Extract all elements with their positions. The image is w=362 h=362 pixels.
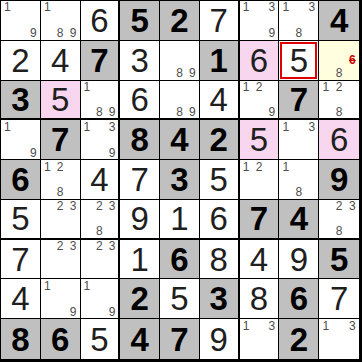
pencil-marks: 238: [81, 200, 119, 238]
cell-r6c9[interactable]: 238: [319, 200, 359, 240]
given-digit: 3: [11, 83, 29, 116]
given-digit: 8: [131, 123, 149, 156]
pencil-marks: 189: [81, 81, 119, 119]
cell-r5c8[interactable]: 18: [279, 160, 319, 200]
cell-r7c5[interactable]: 6: [160, 240, 200, 280]
candidate: 8: [173, 106, 186, 119]
cell-r3c2[interactable]: 5: [41, 81, 81, 121]
cell-r8c4[interactable]: 2: [120, 279, 160, 319]
candidate: 9: [186, 67, 199, 80]
solved-digit: 5: [51, 83, 69, 116]
cell-r5c5[interactable]: 3: [160, 160, 200, 200]
candidate: 2: [253, 160, 266, 173]
cell-r5c3[interactable]: 4: [81, 160, 121, 200]
solved-digit: 6: [330, 123, 348, 156]
candidate: 3: [305, 120, 318, 133]
solved-digit: 4: [210, 83, 228, 116]
solved-digit: 4: [51, 44, 69, 77]
cell-r9c7[interactable]: 13: [240, 319, 280, 359]
eliminated-candidate: 6: [346, 54, 359, 67]
cell-r3c3[interactable]: 189: [81, 81, 121, 121]
cell-r1c7[interactable]: 139: [240, 1, 280, 41]
given-digit: 3: [170, 163, 188, 196]
cell-r9c2[interactable]: 6: [41, 319, 81, 359]
candidate: 8: [93, 106, 106, 119]
cell-r8c8[interactable]: 6: [279, 279, 319, 319]
cell-r9c9[interactable]: 13: [319, 319, 359, 359]
cell-r8c2[interactable]: 19: [41, 279, 81, 319]
pencil-marks: 18: [279, 160, 318, 199]
candidate: 8: [93, 225, 106, 238]
given-digit: 7: [290, 83, 308, 116]
pencil-marks: 13: [240, 319, 279, 359]
candidate: 1: [279, 120, 292, 133]
cell-r4c4[interactable]: 8: [120, 120, 160, 160]
cell-r3c1[interactable]: 3: [1, 81, 41, 121]
cell-r4c9[interactable]: 6: [319, 120, 359, 160]
solved-digit: 6: [250, 44, 268, 77]
cell-r4c6[interactable]: 2: [200, 120, 240, 160]
candidate: 2: [54, 160, 67, 173]
given-digit: 6: [290, 282, 308, 315]
cell-r1c6[interactable]: 7: [200, 1, 240, 41]
solved-digit: 4: [250, 243, 268, 276]
cell-r4c8[interactable]: 13: [279, 120, 319, 160]
cell-r1c2[interactable]: 189: [41, 1, 81, 41]
cell-r5c1[interactable]: 6: [1, 160, 41, 200]
candidate: 9: [266, 106, 279, 119]
pencil-marks: 238: [319, 200, 359, 238]
given-digit: 6: [51, 323, 69, 356]
candidate: 1: [41, 160, 54, 173]
cell-r3c6[interactable]: 4: [200, 81, 240, 121]
solved-digit: 5: [210, 163, 228, 196]
solved-digit: 4: [90, 163, 108, 196]
candidate: 1: [240, 319, 253, 332]
pencil-marks: 89: [160, 41, 199, 80]
pencil-marks: 189: [41, 1, 80, 40]
candidate: 9: [67, 27, 80, 40]
cell-r2c1[interactable]: 2: [1, 41, 41, 81]
cell-r1c1[interactable]: 19: [1, 1, 41, 41]
cell-r1c5[interactable]: 2: [160, 1, 200, 41]
candidate: 2: [332, 200, 345, 213]
cell-r4c2[interactable]: 7: [41, 120, 81, 160]
pencil-marks: 19: [81, 279, 119, 318]
given-digit: 5: [330, 243, 348, 276]
cell-r6c1[interactable]: 5: [1, 200, 41, 240]
cell-r2c8[interactable]: 5: [279, 41, 319, 81]
candidate: 2: [332, 81, 345, 94]
given-digit: 3: [210, 282, 228, 315]
pencil-marks: 23: [41, 240, 80, 279]
pencil-marks: 23: [81, 240, 119, 279]
cell-r6c4[interactable]: 9: [120, 200, 160, 240]
cell-r2c6[interactable]: 1: [200, 41, 240, 81]
solved-digit: 7: [330, 282, 348, 315]
pencil-marks: 19: [41, 279, 80, 318]
cell-r6c2[interactable]: 23: [41, 200, 81, 240]
candidate: 3: [346, 200, 359, 213]
candidate: 1: [1, 1, 14, 14]
pencil-marks: 138: [279, 1, 318, 40]
cell-r8c1[interactable]: 4: [1, 279, 41, 319]
cell-r4c1[interactable]: 19: [1, 120, 41, 160]
candidate: 8: [173, 67, 186, 80]
candidate: 9: [67, 305, 80, 318]
cell-r8c9[interactable]: 7: [319, 279, 359, 319]
pencil-marks: 68: [319, 41, 359, 80]
candidate: 1: [41, 1, 54, 14]
cell-r3c4[interactable]: 6: [120, 81, 160, 121]
cell-r7c9[interactable]: 5: [319, 240, 359, 280]
candidate: 3: [106, 200, 119, 213]
cell-r5c6[interactable]: 5: [200, 160, 240, 200]
candidate: 1: [240, 81, 253, 94]
given-digit: 7: [90, 44, 108, 77]
pencil-marks: 23: [41, 200, 80, 238]
given-digit: 7: [51, 123, 69, 156]
candidate: 2: [93, 200, 106, 213]
pencil-marks: 19: [1, 120, 40, 159]
candidate: 2: [54, 200, 67, 213]
candidate: 8: [332, 67, 345, 80]
solved-digit: 7: [210, 4, 228, 37]
cell-r4c7[interactable]: 5: [240, 120, 280, 160]
cell-r3c7[interactable]: 129: [240, 81, 280, 121]
given-digit: 6: [11, 163, 29, 196]
candidate: 8: [292, 186, 305, 199]
cell-r2c7[interactable]: 6: [240, 41, 280, 81]
cell-r2c9[interactable]: 68: [319, 41, 359, 81]
solved-digit: 8: [210, 243, 228, 276]
candidate: 8: [54, 186, 67, 199]
candidate: 1: [279, 1, 292, 14]
candidate: 1: [81, 279, 94, 292]
solved-digit: 8: [250, 282, 268, 315]
solved-digit: 9: [290, 243, 308, 276]
cell-r8c3[interactable]: 19: [81, 279, 121, 319]
given-digit: 1: [210, 44, 228, 77]
cell-r9c4[interactable]: 4: [120, 319, 160, 359]
cell-r1c9[interactable]: 4: [319, 1, 359, 41]
cell-r5c7[interactable]: 12: [240, 160, 280, 200]
pencil-marks: 13: [279, 120, 318, 159]
cell-r9c8[interactable]: 2: [279, 319, 319, 359]
solved-digit: 1: [170, 202, 188, 235]
given-digit: 9: [330, 163, 348, 196]
candidate: 1: [279, 160, 292, 173]
cell-r6c8[interactable]: 4: [279, 200, 319, 240]
solved-digit: 6: [90, 4, 108, 37]
cell-r3c8[interactable]: 7: [279, 81, 319, 121]
solved-digit: 4: [11, 282, 29, 315]
cell-r7c1[interactable]: 7: [1, 240, 41, 280]
cell-r8c6[interactable]: 3: [200, 279, 240, 319]
solved-digit: 9: [210, 323, 228, 356]
cell-r9c5[interactable]: 7: [160, 319, 200, 359]
pencil-marks: 139: [81, 120, 119, 159]
candidate: 8: [332, 225, 345, 238]
given-digit: 2: [170, 4, 188, 37]
given-digit: 7: [250, 202, 268, 235]
cell-r1c4[interactable]: 5: [120, 1, 160, 41]
candidate: 3: [266, 319, 279, 332]
solved-digit: 5: [250, 123, 268, 156]
given-digit: 7: [170, 323, 188, 356]
given-digit: 6: [170, 243, 188, 276]
cell-r6c7[interactable]: 7: [240, 200, 280, 240]
given-digit: 4: [330, 4, 348, 37]
cell-r7c8[interactable]: 9: [279, 240, 319, 280]
sudoku-board: 1918965271391384247389165683518968941297…: [0, 0, 362, 362]
candidate: 3: [305, 1, 318, 14]
pencil-marks: 128: [41, 160, 80, 199]
cell-r8c7[interactable]: 8: [240, 279, 280, 319]
cell-r6c6[interactable]: 6: [200, 200, 240, 240]
candidate: 9: [27, 146, 40, 159]
candidate: 3: [67, 240, 80, 253]
given-digit: 2: [290, 323, 308, 356]
solved-digit: 6: [131, 83, 149, 116]
cell-r2c2[interactable]: 4: [41, 41, 81, 81]
given-digit: 2: [131, 282, 149, 315]
cell-r4c5[interactable]: 4: [160, 120, 200, 160]
solved-digit: 3: [131, 44, 149, 77]
candidate: 1: [319, 81, 332, 94]
candidate: 3: [106, 120, 119, 133]
candidate: 3: [266, 1, 279, 14]
pencil-marks: 13: [319, 319, 359, 359]
cell-r3c9[interactable]: 128: [319, 81, 359, 121]
solved-digit: 5: [290, 44, 308, 77]
candidate: 1: [1, 120, 14, 133]
given-digit: 2: [210, 123, 228, 156]
candidate: 9: [106, 305, 119, 318]
candidate: 1: [81, 81, 94, 94]
solved-digit: 6: [210, 202, 228, 235]
cell-r7c6[interactable]: 8: [200, 240, 240, 280]
candidate: 3: [106, 240, 119, 253]
cell-r6c3[interactable]: 238: [81, 200, 121, 240]
given-digit: 4: [170, 123, 188, 156]
candidate: 9: [266, 27, 279, 40]
cell-r5c4[interactable]: 7: [120, 160, 160, 200]
cell-r9c6[interactable]: 9: [200, 319, 240, 359]
pencil-marks: 129: [240, 81, 279, 119]
solved-digit: 2: [11, 44, 29, 77]
candidate: 9: [106, 146, 119, 159]
cell-r8c5[interactable]: 5: [160, 279, 200, 319]
solved-digit: 7: [131, 163, 149, 196]
candidate: 1: [240, 1, 253, 14]
cell-r9c3[interactable]: 5: [81, 319, 121, 359]
given-digit: 5: [131, 4, 149, 37]
candidate: 1: [240, 160, 253, 173]
solved-digit: 5: [11, 202, 29, 235]
cell-r2c3[interactable]: 7: [81, 41, 121, 81]
candidate: 8: [332, 106, 345, 119]
candidate: 3: [67, 200, 80, 213]
given-digit: 8: [11, 323, 29, 356]
candidate: 2: [253, 81, 266, 94]
cell-r3c5[interactable]: 89: [160, 81, 200, 121]
cell-r2c5[interactable]: 89: [160, 41, 200, 81]
given-digit: 4: [131, 323, 149, 356]
candidate: 8: [292, 27, 305, 40]
cell-r7c2[interactable]: 23: [41, 240, 81, 280]
cell-r5c2[interactable]: 128: [41, 160, 81, 200]
given-digit: 4: [290, 202, 308, 235]
pencil-marks: 19: [1, 1, 40, 40]
solved-digit: 9: [131, 202, 149, 235]
solved-digit: 1: [131, 243, 149, 276]
cell-r6c5[interactable]: 1: [160, 200, 200, 240]
solved-digit: 5: [170, 282, 188, 315]
cell-r7c7[interactable]: 4: [240, 240, 280, 280]
candidate: 3: [346, 319, 359, 332]
cell-r1c3[interactable]: 6: [81, 1, 121, 41]
cell-r2c4[interactable]: 3: [120, 41, 160, 81]
pencil-marks: 128: [319, 81, 359, 119]
candidate: 2: [54, 240, 67, 253]
candidate: 2: [93, 240, 106, 253]
pencil-marks: 89: [160, 81, 199, 119]
candidate: 9: [106, 106, 119, 119]
cell-r7c4[interactable]: 1: [120, 240, 160, 280]
cell-r5c9[interactable]: 9: [319, 160, 359, 200]
candidate: 1: [319, 319, 332, 332]
solved-digit: 5: [90, 323, 108, 356]
cell-r9c1[interactable]: 8: [1, 319, 41, 359]
pencil-marks: 139: [240, 1, 279, 40]
cell-r1c8[interactable]: 138: [279, 1, 319, 41]
candidate: 8: [54, 27, 67, 40]
cell-r7c3[interactable]: 23: [81, 240, 121, 280]
candidate: 1: [41, 279, 54, 292]
candidate: 9: [186, 106, 199, 119]
cell-r4c3[interactable]: 139: [81, 120, 121, 160]
candidate: 9: [27, 27, 40, 40]
solved-digit: 7: [11, 243, 29, 276]
pencil-marks: 12: [240, 160, 279, 199]
candidate: 1: [81, 120, 94, 133]
